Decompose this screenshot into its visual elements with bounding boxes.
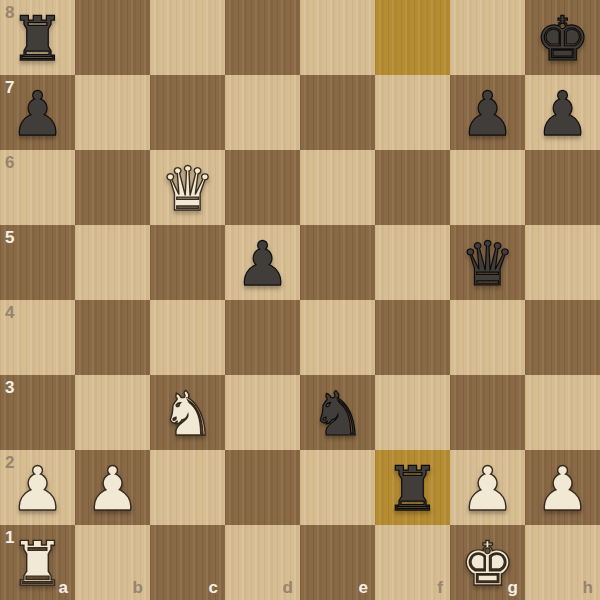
piece-black-queen-g5[interactable]: ♛ <box>460 233 515 294</box>
square-e2[interactable] <box>300 450 375 525</box>
square-b3[interactable] <box>75 375 150 450</box>
chess-board: 8♜♚7♟♟♟6♛5♟♛43♞♞2♟♟♜♟♟1a♜bcdefg♚h <box>0 0 600 600</box>
file-label-f: f <box>437 579 443 596</box>
square-b2[interactable]: ♟ <box>75 450 150 525</box>
square-h6[interactable] <box>525 150 600 225</box>
piece-white-pawn-g2[interactable]: ♟ <box>460 458 515 519</box>
square-e3[interactable]: ♞ <box>300 375 375 450</box>
piece-white-queen-c6[interactable]: ♛ <box>160 158 215 219</box>
piece-black-pawn-g7[interactable]: ♟ <box>460 83 515 144</box>
square-c7[interactable] <box>150 75 225 150</box>
square-f5[interactable] <box>375 225 450 300</box>
file-label-e: e <box>359 579 368 596</box>
piece-white-knight-c3[interactable]: ♞ <box>160 383 215 444</box>
square-h3[interactable] <box>525 375 600 450</box>
square-c3[interactable]: ♞ <box>150 375 225 450</box>
square-g4[interactable] <box>450 300 525 375</box>
piece-white-rook-a1[interactable]: ♜ <box>10 533 65 594</box>
piece-black-knight-e3[interactable]: ♞ <box>310 383 365 444</box>
file-label-b: b <box>133 579 143 596</box>
square-d5[interactable]: ♟ <box>225 225 300 300</box>
square-a3[interactable]: 3 <box>0 375 75 450</box>
square-h2[interactable]: ♟ <box>525 450 600 525</box>
square-d6[interactable] <box>225 150 300 225</box>
square-f1[interactable]: f <box>375 525 450 600</box>
square-d3[interactable] <box>225 375 300 450</box>
piece-black-pawn-h7[interactable]: ♟ <box>535 83 590 144</box>
square-b8[interactable] <box>75 0 150 75</box>
square-g7[interactable]: ♟ <box>450 75 525 150</box>
square-b4[interactable] <box>75 300 150 375</box>
square-b6[interactable] <box>75 150 150 225</box>
square-c5[interactable] <box>150 225 225 300</box>
square-g1[interactable]: g♚ <box>450 525 525 600</box>
piece-black-king-h8[interactable]: ♚ <box>535 8 590 69</box>
square-a7[interactable]: 7♟ <box>0 75 75 150</box>
piece-white-king-g1[interactable]: ♚ <box>460 533 515 594</box>
square-b1[interactable]: b <box>75 525 150 600</box>
square-c4[interactable] <box>150 300 225 375</box>
piece-black-pawn-a7[interactable]: ♟ <box>10 83 65 144</box>
square-a6[interactable]: 6 <box>0 150 75 225</box>
file-label-h: h <box>583 579 593 596</box>
square-d8[interactable] <box>225 0 300 75</box>
square-h8[interactable]: ♚ <box>525 0 600 75</box>
square-g2[interactable]: ♟ <box>450 450 525 525</box>
square-c8[interactable] <box>150 0 225 75</box>
square-b7[interactable] <box>75 75 150 150</box>
rank-label-5: 5 <box>5 229 14 246</box>
square-h4[interactable] <box>525 300 600 375</box>
file-label-c: c <box>209 579 218 596</box>
rank-label-6: 6 <box>5 154 14 171</box>
square-b5[interactable] <box>75 225 150 300</box>
square-d1[interactable]: d <box>225 525 300 600</box>
square-g6[interactable] <box>450 150 525 225</box>
square-h1[interactable]: h <box>525 525 600 600</box>
square-e7[interactable] <box>300 75 375 150</box>
square-d7[interactable] <box>225 75 300 150</box>
piece-white-pawn-b2[interactable]: ♟ <box>85 458 140 519</box>
square-a5[interactable]: 5 <box>0 225 75 300</box>
piece-white-pawn-h2[interactable]: ♟ <box>535 458 590 519</box>
square-c2[interactable] <box>150 450 225 525</box>
square-e6[interactable] <box>300 150 375 225</box>
square-a2[interactable]: 2♟ <box>0 450 75 525</box>
square-f6[interactable] <box>375 150 450 225</box>
rank-label-4: 4 <box>5 304 14 321</box>
piece-black-rook-f2[interactable]: ♜ <box>385 458 440 519</box>
square-g3[interactable] <box>450 375 525 450</box>
square-d2[interactable] <box>225 450 300 525</box>
square-e5[interactable] <box>300 225 375 300</box>
square-g5[interactable]: ♛ <box>450 225 525 300</box>
square-g8[interactable] <box>450 0 525 75</box>
square-f3[interactable] <box>375 375 450 450</box>
piece-black-pawn-d5[interactable]: ♟ <box>235 233 290 294</box>
square-f2[interactable]: ♜ <box>375 450 450 525</box>
square-a8[interactable]: 8♜ <box>0 0 75 75</box>
square-f4[interactable] <box>375 300 450 375</box>
chess-app: 8♜♚7♟♟♟6♛5♟♛43♞♞2♟♟♜♟♟1a♜bcdefg♚h <box>0 0 600 600</box>
piece-white-pawn-a2[interactable]: ♟ <box>10 458 65 519</box>
rank-label-3: 3 <box>5 379 14 396</box>
file-label-d: d <box>283 579 293 596</box>
square-d4[interactable] <box>225 300 300 375</box>
square-a4[interactable]: 4 <box>0 300 75 375</box>
square-e8[interactable] <box>300 0 375 75</box>
square-f8[interactable] <box>375 0 450 75</box>
square-c6[interactable]: ♛ <box>150 150 225 225</box>
square-f7[interactable] <box>375 75 450 150</box>
square-e1[interactable]: e <box>300 525 375 600</box>
square-h5[interactable] <box>525 225 600 300</box>
piece-black-rook-a8[interactable]: ♜ <box>10 8 65 69</box>
square-e4[interactable] <box>300 300 375 375</box>
square-c1[interactable]: c <box>150 525 225 600</box>
square-a1[interactable]: 1a♜ <box>0 525 75 600</box>
square-h7[interactable]: ♟ <box>525 75 600 150</box>
